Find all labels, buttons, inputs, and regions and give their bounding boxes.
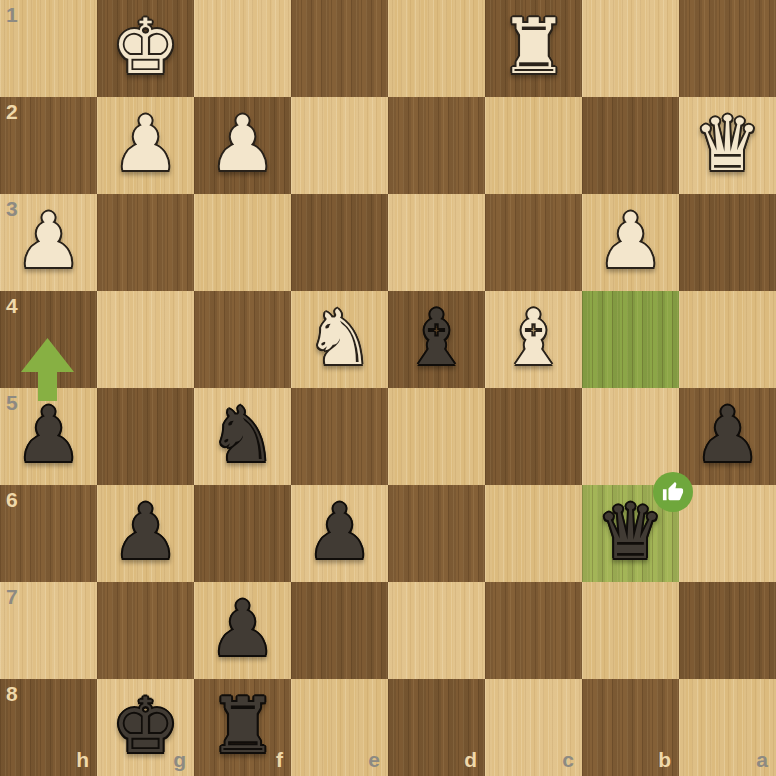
black-pawn[interactable]: ♟	[97, 485, 194, 582]
file-label-d: d	[464, 748, 477, 772]
black-pawn[interactable]: ♟	[291, 485, 388, 582]
rank-label-1: 1	[6, 3, 18, 27]
square-h2[interactable]: 2	[0, 97, 97, 194]
square-f4[interactable]	[194, 291, 291, 388]
white-pawn[interactable]: ♟	[97, 97, 194, 194]
file-label-c: c	[562, 748, 574, 772]
square-h3[interactable]: ♟3	[0, 194, 97, 291]
square-c5[interactable]	[485, 388, 582, 485]
square-d4[interactable]: ♝	[388, 291, 485, 388]
square-h5[interactable]: ♟5	[0, 388, 97, 485]
square-e3[interactable]	[291, 194, 388, 291]
file-label-f: f	[276, 748, 283, 772]
square-d2[interactable]	[388, 97, 485, 194]
square-g1[interactable]: ♚	[97, 0, 194, 97]
rank-label-7: 7	[6, 585, 18, 609]
square-f7[interactable]: ♟	[194, 582, 291, 679]
square-d8[interactable]: d	[388, 679, 485, 776]
square-a5[interactable]: ♟	[679, 388, 776, 485]
square-g5[interactable]	[97, 388, 194, 485]
square-f3[interactable]	[194, 194, 291, 291]
square-f8[interactable]: ♜f	[194, 679, 291, 776]
square-g6[interactable]: ♟	[97, 485, 194, 582]
square-d7[interactable]	[388, 582, 485, 679]
square-a4[interactable]	[679, 291, 776, 388]
rank-label-3: 3	[6, 197, 18, 221]
square-e1[interactable]	[291, 0, 388, 97]
square-f5[interactable]: ♞	[194, 388, 291, 485]
square-b7[interactable]	[582, 582, 679, 679]
square-b2[interactable]	[582, 97, 679, 194]
white-rook[interactable]: ♜	[485, 0, 582, 97]
square-c4[interactable]: ♝	[485, 291, 582, 388]
square-g4[interactable]	[97, 291, 194, 388]
black-pawn[interactable]: ♟	[194, 582, 291, 679]
square-e7[interactable]	[291, 582, 388, 679]
square-c3[interactable]	[485, 194, 582, 291]
rank-label-8: 8	[6, 682, 18, 706]
black-pawn[interactable]: ♟	[679, 388, 776, 485]
file-label-e: e	[368, 748, 380, 772]
square-a8[interactable]: a	[679, 679, 776, 776]
file-label-b: b	[658, 748, 671, 772]
square-h1[interactable]: 1	[0, 0, 97, 97]
square-b3[interactable]: ♟	[582, 194, 679, 291]
black-knight[interactable]: ♞	[194, 388, 291, 485]
rank-label-5: 5	[6, 391, 18, 415]
chess-board: 1♚♜2♟♟♛♟3♟4♞♝♝♟5♞♟6♟♟♛7♟8h♚g♜fedcba	[0, 0, 776, 776]
square-e8[interactable]: e	[291, 679, 388, 776]
square-e4[interactable]: ♞	[291, 291, 388, 388]
square-d3[interactable]	[388, 194, 485, 291]
file-label-a: a	[756, 748, 768, 772]
rank-label-2: 2	[6, 100, 18, 124]
square-e5[interactable]	[291, 388, 388, 485]
white-king[interactable]: ♚	[97, 0, 194, 97]
file-label-h: h	[76, 748, 89, 772]
white-bishop[interactable]: ♝	[485, 291, 582, 388]
square-d1[interactable]	[388, 0, 485, 97]
square-a7[interactable]	[679, 582, 776, 679]
square-g7[interactable]	[97, 582, 194, 679]
rank-label-4: 4	[6, 294, 18, 318]
square-c1[interactable]: ♜	[485, 0, 582, 97]
square-b1[interactable]	[582, 0, 679, 97]
thumbs-up-icon	[662, 481, 684, 503]
square-d6[interactable]	[388, 485, 485, 582]
square-h8[interactable]: 8h	[0, 679, 97, 776]
square-c2[interactable]	[485, 97, 582, 194]
good-move-badge	[653, 472, 693, 512]
black-bishop[interactable]: ♝	[388, 291, 485, 388]
white-pawn[interactable]: ♟	[582, 194, 679, 291]
square-e6[interactable]: ♟	[291, 485, 388, 582]
white-knight[interactable]: ♞	[291, 291, 388, 388]
square-b8[interactable]: b	[582, 679, 679, 776]
square-f2[interactable]: ♟	[194, 97, 291, 194]
square-h7[interactable]: 7	[0, 582, 97, 679]
square-b5[interactable]	[582, 388, 679, 485]
square-g2[interactable]: ♟	[97, 97, 194, 194]
square-f6[interactable]	[194, 485, 291, 582]
file-label-g: g	[173, 748, 186, 772]
square-a3[interactable]	[679, 194, 776, 291]
square-c8[interactable]: c	[485, 679, 582, 776]
square-f1[interactable]	[194, 0, 291, 97]
white-pawn[interactable]: ♟	[194, 97, 291, 194]
square-e2[interactable]	[291, 97, 388, 194]
square-a6[interactable]	[679, 485, 776, 582]
square-d5[interactable]	[388, 388, 485, 485]
square-g3[interactable]	[97, 194, 194, 291]
square-a2[interactable]: ♛	[679, 97, 776, 194]
square-g8[interactable]: ♚g	[97, 679, 194, 776]
square-a1[interactable]	[679, 0, 776, 97]
square-h6[interactable]: 6	[0, 485, 97, 582]
square-c7[interactable]	[485, 582, 582, 679]
square-b4[interactable]	[582, 291, 679, 388]
white-queen[interactable]: ♛	[679, 97, 776, 194]
rank-label-6: 6	[6, 488, 18, 512]
square-c6[interactable]	[485, 485, 582, 582]
